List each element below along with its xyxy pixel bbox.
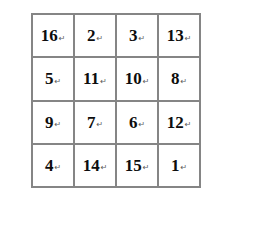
cell-value: 8 <box>171 70 180 87</box>
cell-value: 15 <box>125 157 142 174</box>
paragraph-mark-icon: ↵ <box>138 35 145 43</box>
cell-value: 2 <box>87 27 96 44</box>
magic-square-grid: 16↵2↵3↵13↵5↵11↵10↵8↵9↵7↵6↵12↵4↵14↵15↵1↵ <box>31 13 201 188</box>
cell-r3c4: 12↵ <box>159 102 199 143</box>
document-page: 16↵2↵3↵13↵5↵11↵10↵8↵9↵7↵6↵12↵4↵14↵15↵1↵ <box>0 0 266 227</box>
cell-r4c3: 15↵ <box>117 145 157 186</box>
cell-value: 13 <box>167 27 184 44</box>
paragraph-mark-icon: ↵ <box>101 164 108 172</box>
cell-r2c1: 5↵ <box>33 58 73 99</box>
paragraph-mark-icon: ↵ <box>96 121 103 129</box>
paragraph-mark-icon: ↵ <box>180 164 187 172</box>
cell-r1c3: 3↵ <box>117 15 157 56</box>
cell-value: 4 <box>45 157 54 174</box>
cell-r4c4: 1↵ <box>159 145 199 186</box>
cell-value: 10 <box>125 70 142 87</box>
cell-r1c4: 13↵ <box>159 15 199 56</box>
paragraph-mark-icon: ↵ <box>180 78 187 86</box>
paragraph-mark-icon: ↵ <box>96 35 103 43</box>
cell-value: 3 <box>129 27 138 44</box>
cell-value: 14 <box>83 157 100 174</box>
cell-value: 1 <box>171 157 180 174</box>
cell-r4c2: 14↵ <box>75 145 115 186</box>
cell-r2c4: 8↵ <box>159 58 199 99</box>
cell-r2c2: 11↵ <box>75 58 115 99</box>
cell-value: 12 <box>167 114 184 131</box>
cell-r3c3: 6↵ <box>117 102 157 143</box>
paragraph-mark-icon: ↵ <box>143 164 150 172</box>
cell-r1c1: 16↵ <box>33 15 73 56</box>
cell-value: 16 <box>41 27 58 44</box>
paragraph-mark-icon: ↵ <box>185 121 192 129</box>
cell-value: 6 <box>129 114 138 131</box>
cell-r1c2: 2↵ <box>75 15 115 56</box>
paragraph-mark-icon: ↵ <box>185 35 192 43</box>
paragraph-mark-icon: ↵ <box>54 121 61 129</box>
cell-value: 7 <box>87 114 96 131</box>
cell-r2c3: 10↵ <box>117 58 157 99</box>
cell-value: 9 <box>45 114 54 131</box>
paragraph-mark-icon: ↵ <box>138 121 145 129</box>
cell-r4c1: 4↵ <box>33 145 73 186</box>
cell-value: 11 <box>83 70 99 87</box>
paragraph-mark-icon: ↵ <box>100 78 107 86</box>
paragraph-mark-icon: ↵ <box>54 78 61 86</box>
paragraph-mark-icon: ↵ <box>54 164 61 172</box>
paragraph-mark-icon: ↵ <box>59 35 66 43</box>
cell-value: 5 <box>45 70 54 87</box>
paragraph-mark-icon: ↵ <box>143 78 150 86</box>
cell-r3c1: 9↵ <box>33 102 73 143</box>
cell-r3c2: 7↵ <box>75 102 115 143</box>
